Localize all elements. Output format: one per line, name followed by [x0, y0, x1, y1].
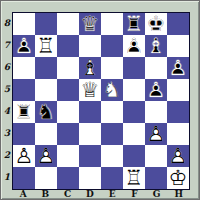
- piece-outline-layer: ♖: [35, 35, 57, 57]
- piece-outline-layer: ♙: [123, 35, 145, 57]
- white-knight-icon[interactable]: ♞♘: [101, 79, 123, 101]
- square-f7[interactable]: ♟♙: [123, 35, 145, 57]
- square-c6[interactable]: [57, 57, 79, 79]
- piece-outline-layer: ♙: [35, 145, 57, 167]
- black-rook-icon[interactable]: ♜♖: [123, 13, 145, 35]
- chess-board[interactable]: ♛♕♜♖♚♔♟♙♜♖♟♙♝♗♝♗♟♙♛♕♞♘♟♙♜♖♞♘♟♙♟♙♟♙♟♙♜♖♚♔: [12, 12, 190, 190]
- black-bishop-icon[interactable]: ♝♗: [145, 35, 167, 57]
- rank-label-2: 2: [2, 144, 12, 166]
- black-pawn-icon[interactable]: ♟♙: [145, 79, 167, 101]
- square-c2[interactable]: [57, 145, 79, 167]
- rank-label-6: 6: [2, 56, 12, 78]
- square-f2[interactable]: [123, 145, 145, 167]
- square-f6[interactable]: [123, 57, 145, 79]
- file-label-a: A: [12, 189, 34, 199]
- square-e1[interactable]: [101, 167, 123, 189]
- square-h1[interactable]: ♚♔: [167, 167, 189, 189]
- white-pawn-icon[interactable]: ♟♙: [145, 123, 167, 145]
- square-b5[interactable]: [35, 79, 57, 101]
- square-f3[interactable]: [123, 123, 145, 145]
- square-d3[interactable]: [79, 123, 101, 145]
- white-rook-icon[interactable]: ♜♖: [35, 35, 57, 57]
- white-pawn-icon[interactable]: ♟♙: [167, 145, 189, 167]
- piece-outline-layer: ♙: [13, 35, 35, 57]
- chess-diagram: 87654321 ♛♕♜♖♚♔♟♙♜♖♟♙♝♗♝♗♟♙♛♕♞♘♟♙♜♖♞♘♟♙♟…: [0, 0, 200, 200]
- file-label-h: H: [168, 189, 190, 199]
- rank-label-1: 1: [2, 166, 12, 188]
- square-d6[interactable]: ♝♗: [79, 57, 101, 79]
- piece-outline-layer: ♙: [145, 123, 167, 145]
- square-a6[interactable]: [13, 57, 35, 79]
- square-c8[interactable]: [57, 13, 79, 35]
- rank-label-5: 5: [2, 78, 12, 100]
- piece-outline-layer: ♕: [79, 79, 101, 101]
- white-bishop-icon[interactable]: ♝♗: [79, 57, 101, 79]
- piece-outline-layer: ♕: [79, 13, 101, 35]
- black-pawn-icon[interactable]: ♟♙: [167, 57, 189, 79]
- piece-outline-layer: ♙: [13, 145, 35, 167]
- square-a5[interactable]: [13, 79, 35, 101]
- square-f5[interactable]: [123, 79, 145, 101]
- square-g4[interactable]: [145, 101, 167, 123]
- square-g7[interactable]: ♝♗: [145, 35, 167, 57]
- square-h6[interactable]: ♟♙: [167, 57, 189, 79]
- square-c5[interactable]: [57, 79, 79, 101]
- white-pawn-icon[interactable]: ♟♙: [35, 145, 57, 167]
- square-b3[interactable]: [35, 123, 57, 145]
- file-label-b: B: [34, 189, 56, 199]
- square-f8[interactable]: ♜♖: [123, 13, 145, 35]
- square-g8[interactable]: ♚♔: [145, 13, 167, 35]
- piece-outline-layer: ♘: [35, 101, 57, 123]
- rank-label-7: 7: [2, 34, 12, 56]
- black-pawn-icon[interactable]: ♟♙: [123, 35, 145, 57]
- square-h4[interactable]: [167, 101, 189, 123]
- square-g6[interactable]: [145, 57, 167, 79]
- square-d7[interactable]: [79, 35, 101, 57]
- piece-outline-layer: ♙: [167, 57, 189, 79]
- black-pawn-icon[interactable]: ♟♙: [13, 35, 35, 57]
- square-e5[interactable]: ♞♘: [101, 79, 123, 101]
- square-g2[interactable]: [145, 145, 167, 167]
- square-h5[interactable]: [167, 79, 189, 101]
- white-queen-icon[interactable]: ♛♕: [79, 79, 101, 101]
- piece-outline-layer: ♘: [101, 79, 123, 101]
- square-d5[interactable]: ♛♕: [79, 79, 101, 101]
- square-b8[interactable]: [35, 13, 57, 35]
- piece-outline-layer: ♖: [123, 167, 145, 189]
- square-c7[interactable]: [57, 35, 79, 57]
- white-rook-icon[interactable]: ♜♖: [123, 167, 145, 189]
- black-queen-icon[interactable]: ♛♕: [79, 13, 101, 35]
- square-c4[interactable]: [57, 101, 79, 123]
- file-label-g: G: [146, 189, 168, 199]
- square-e8[interactable]: [101, 13, 123, 35]
- square-f4[interactable]: [123, 101, 145, 123]
- file-label-f: F: [123, 189, 145, 199]
- square-b6[interactable]: [35, 57, 57, 79]
- black-king-icon[interactable]: ♚♔: [145, 13, 167, 35]
- file-label-d: D: [79, 189, 101, 199]
- white-king-icon[interactable]: ♚♔: [167, 167, 189, 189]
- square-f1[interactable]: ♜♖: [123, 167, 145, 189]
- piece-outline-layer: ♗: [145, 35, 167, 57]
- square-d4[interactable]: [79, 101, 101, 123]
- file-label-e: E: [101, 189, 123, 199]
- piece-outline-layer: ♔: [167, 167, 189, 189]
- square-e4[interactable]: [101, 101, 123, 123]
- file-labels: ABCDEFGH: [12, 189, 190, 199]
- square-h8[interactable]: [167, 13, 189, 35]
- square-h7[interactable]: [167, 35, 189, 57]
- square-d2[interactable]: [79, 145, 101, 167]
- square-c3[interactable]: [57, 123, 79, 145]
- square-b1[interactable]: [35, 167, 57, 189]
- square-b4[interactable]: ♞♘: [35, 101, 57, 123]
- square-d1[interactable]: [79, 167, 101, 189]
- black-knight-icon[interactable]: ♞♘: [35, 101, 57, 123]
- rank-labels: 87654321: [2, 12, 12, 188]
- piece-outline-layer: ♙: [167, 145, 189, 167]
- square-a7[interactable]: ♟♙: [13, 35, 35, 57]
- piece-outline-layer: ♙: [145, 79, 167, 101]
- piece-outline-layer: ♖: [13, 101, 35, 123]
- square-c1[interactable]: [57, 167, 79, 189]
- square-e6[interactable]: [101, 57, 123, 79]
- piece-outline-layer: ♖: [123, 13, 145, 35]
- square-e3[interactable]: [101, 123, 123, 145]
- square-h3[interactable]: [167, 123, 189, 145]
- square-g3[interactable]: ♟♙: [145, 123, 167, 145]
- square-d8[interactable]: ♛♕: [79, 13, 101, 35]
- rank-label-4: 4: [2, 100, 12, 122]
- square-a1[interactable]: [13, 167, 35, 189]
- square-a3[interactable]: [13, 123, 35, 145]
- square-e2[interactable]: [101, 145, 123, 167]
- rank-label-8: 8: [2, 12, 12, 34]
- black-rook-icon[interactable]: ♜♖: [13, 101, 35, 123]
- square-g1[interactable]: [145, 167, 167, 189]
- square-h2[interactable]: ♟♙: [167, 145, 189, 167]
- square-g5[interactable]: ♟♙: [145, 79, 167, 101]
- file-label-c: C: [57, 189, 79, 199]
- square-a2[interactable]: ♟♙: [13, 145, 35, 167]
- square-a4[interactable]: ♜♖: [13, 101, 35, 123]
- square-a8[interactable]: [13, 13, 35, 35]
- square-b2[interactable]: ♟♙: [35, 145, 57, 167]
- rank-label-3: 3: [2, 122, 12, 144]
- square-e7[interactable]: [101, 35, 123, 57]
- piece-outline-layer: ♔: [145, 13, 167, 35]
- square-b7[interactable]: ♜♖: [35, 35, 57, 57]
- white-pawn-icon[interactable]: ♟♙: [13, 145, 35, 167]
- piece-outline-layer: ♗: [79, 57, 101, 79]
